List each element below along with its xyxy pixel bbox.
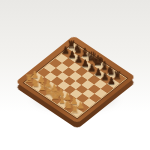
product-photo-background: ♜♞♝♛♚♝♞♜♟♟♟♟♟♟♟♟♟♟♟♟♟♟♟♟♜♞♝♛♚♝♞♜ — [0, 0, 150, 150]
piece-white-rook[interactable]: ♜ — [70, 104, 79, 114]
piece-black-pawn[interactable]: ♟ — [107, 76, 116, 86]
